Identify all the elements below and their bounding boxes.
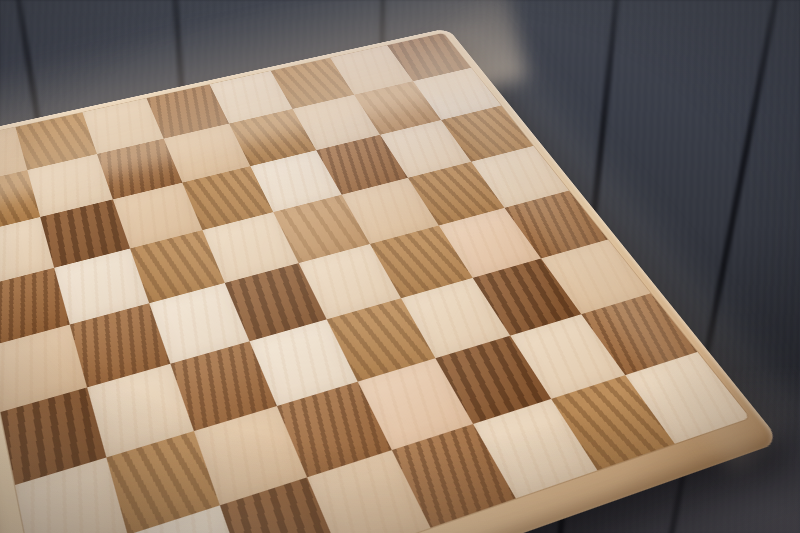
- photo-scene: [0, 0, 800, 533]
